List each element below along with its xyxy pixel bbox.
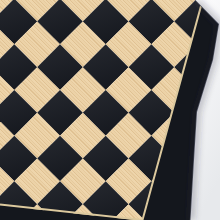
chessboard-photo: [0, 0, 220, 220]
board-frame-overlay: [0, 0, 220, 220]
board-frame: [0, 0, 220, 220]
